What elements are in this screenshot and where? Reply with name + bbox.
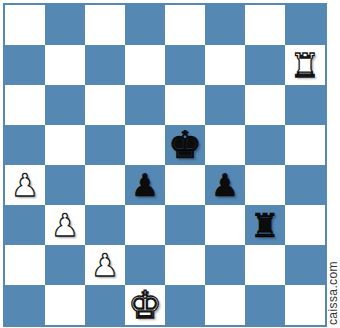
square-c4[interactable]	[85, 165, 125, 205]
square-e7[interactable]	[165, 45, 205, 85]
square-d6[interactable]	[125, 85, 165, 125]
square-h2[interactable]	[285, 245, 325, 285]
square-b5[interactable]	[45, 125, 85, 165]
square-c1[interactable]	[85, 285, 125, 325]
square-h5[interactable]	[285, 125, 325, 165]
square-e3[interactable]	[165, 205, 205, 245]
white-rook-h7[interactable]: ♜	[290, 49, 320, 82]
square-g7[interactable]	[245, 45, 285, 85]
white-pawn-b3[interactable]: ♟	[51, 210, 79, 241]
black-pawn-d4[interactable]: ♟	[131, 170, 159, 201]
square-b3[interactable]: ♟	[45, 205, 85, 245]
square-h4[interactable]	[285, 165, 325, 205]
square-h7[interactable]: ♜	[285, 45, 325, 85]
square-b7[interactable]	[45, 45, 85, 85]
square-f5[interactable]	[205, 125, 245, 165]
square-c3[interactable]	[85, 205, 125, 245]
square-b6[interactable]	[45, 85, 85, 125]
square-d3[interactable]	[125, 205, 165, 245]
square-d8[interactable]	[125, 5, 165, 45]
square-a7[interactable]	[5, 45, 45, 85]
chess-board: ♜♚♟♟♟♟♜♟♚	[3, 3, 327, 327]
square-h3[interactable]	[285, 205, 325, 245]
square-f3[interactable]	[205, 205, 245, 245]
square-g1[interactable]	[245, 285, 285, 325]
square-g3[interactable]: ♜	[245, 205, 285, 245]
square-h1[interactable]	[285, 285, 325, 325]
square-d5[interactable]	[125, 125, 165, 165]
square-a6[interactable]	[5, 85, 45, 125]
square-f1[interactable]	[205, 285, 245, 325]
square-a2[interactable]	[5, 245, 45, 285]
black-rook-g3[interactable]: ♜	[250, 209, 280, 242]
square-e6[interactable]	[165, 85, 205, 125]
square-f7[interactable]	[205, 45, 245, 85]
white-king-d1[interactable]: ♚	[128, 286, 162, 324]
square-d2[interactable]	[125, 245, 165, 285]
square-b8[interactable]	[45, 5, 85, 45]
black-king-e5[interactable]: ♚	[168, 126, 202, 164]
square-a3[interactable]	[5, 205, 45, 245]
square-a1[interactable]	[5, 285, 45, 325]
square-f2[interactable]	[205, 245, 245, 285]
square-b4[interactable]	[45, 165, 85, 205]
square-d7[interactable]	[125, 45, 165, 85]
square-c7[interactable]	[85, 45, 125, 85]
square-g6[interactable]	[245, 85, 285, 125]
square-e4[interactable]	[165, 165, 205, 205]
square-h8[interactable]	[285, 5, 325, 45]
square-d4[interactable]: ♟	[125, 165, 165, 205]
square-g8[interactable]	[245, 5, 285, 45]
square-b1[interactable]	[45, 285, 85, 325]
square-a4[interactable]: ♟	[5, 165, 45, 205]
square-g5[interactable]	[245, 125, 285, 165]
caissa-watermark: caissa.com	[326, 261, 340, 325]
square-e5[interactable]: ♚	[165, 125, 205, 165]
square-c6[interactable]	[85, 85, 125, 125]
square-c2[interactable]: ♟	[85, 245, 125, 285]
square-e8[interactable]	[165, 5, 205, 45]
square-g2[interactable]	[245, 245, 285, 285]
square-b2[interactable]	[45, 245, 85, 285]
square-a8[interactable]	[5, 5, 45, 45]
square-f8[interactable]	[205, 5, 245, 45]
square-f6[interactable]	[205, 85, 245, 125]
square-a5[interactable]	[5, 125, 45, 165]
square-c5[interactable]	[85, 125, 125, 165]
square-f4[interactable]: ♟	[205, 165, 245, 205]
square-g4[interactable]	[245, 165, 285, 205]
white-pawn-c2[interactable]: ♟	[91, 250, 119, 281]
square-e2[interactable]	[165, 245, 205, 285]
black-pawn-f4[interactable]: ♟	[211, 170, 239, 201]
square-d1[interactable]: ♚	[125, 285, 165, 325]
square-h6[interactable]	[285, 85, 325, 125]
white-pawn-a4[interactable]: ♟	[11, 170, 39, 201]
square-c8[interactable]	[85, 5, 125, 45]
square-e1[interactable]	[165, 285, 205, 325]
